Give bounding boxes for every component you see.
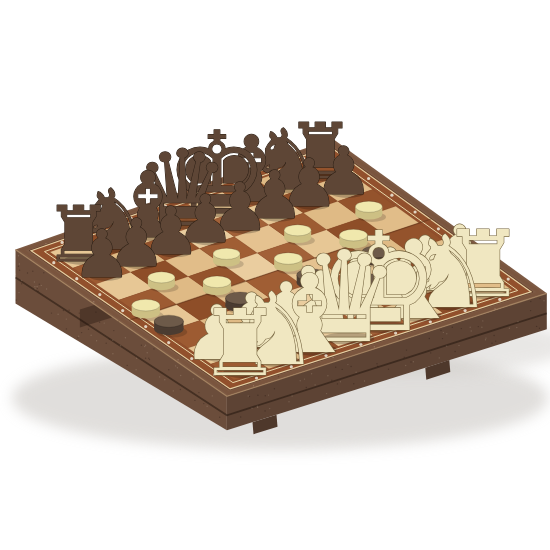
speckle-front (257, 407, 258, 408)
speckle-left (19, 270, 20, 271)
speckle-left (96, 340, 97, 341)
speckle-left (16, 299, 17, 300)
speckle-left (180, 375, 181, 376)
speckle-left (63, 310, 64, 311)
speckle-left (38, 290, 39, 291)
speckle-left (219, 417, 220, 418)
speckle-left (104, 322, 105, 323)
speckle-left (180, 389, 181, 390)
speckle-front (291, 395, 292, 396)
speckle-front (240, 416, 241, 417)
piece-glyph: ♜ (199, 290, 281, 397)
disc-top (148, 272, 175, 283)
speckle-front (331, 380, 332, 381)
speckle-left (173, 390, 174, 391)
speckle-left (135, 369, 136, 370)
speckle-front (257, 406, 258, 407)
speckle-left (194, 400, 195, 401)
piece-black-pawn-a7: ♟ (72, 216, 131, 293)
speckle-left (145, 358, 146, 359)
speckle-left (81, 332, 82, 333)
speckle-left (57, 314, 58, 315)
speckle-left (51, 312, 52, 313)
speckle-left (141, 345, 142, 346)
speckle-left (90, 335, 91, 336)
speckle-left (106, 343, 107, 344)
piece-glyph: ♟ (72, 216, 131, 293)
speckle-front (495, 340, 496, 341)
speckle-left (127, 365, 128, 366)
speckle-left (153, 348, 154, 349)
speckle-left (41, 285, 42, 286)
speckle-left (34, 281, 35, 282)
speckle-left (193, 378, 194, 379)
speckle-front (288, 401, 289, 402)
speckle-left (112, 353, 113, 354)
piece-white-rook-a1: ♜ (199, 290, 281, 397)
speckle-left (109, 338, 110, 339)
disc-light-d6 (213, 248, 244, 269)
speckle-left (147, 352, 148, 353)
speckle-left (79, 312, 80, 313)
speckle (118, 320, 119, 321)
disc-top (213, 248, 240, 259)
speckle-left (66, 318, 67, 319)
speckle-front (405, 365, 406, 366)
speckle-left (203, 403, 204, 404)
speckle-left (148, 358, 149, 359)
product-photo: ♜♞♟♝♟♚♟♛♟♝♟♞♟♜♟♟♟♟♜♟♞♟♝♟♚♟♛♟♝♟♞♜ (0, 0, 550, 550)
speckle-left (168, 369, 169, 370)
speckle-left (159, 376, 160, 377)
speckle-left (206, 406, 207, 407)
speckle-front (446, 345, 447, 346)
speckle-front (517, 321, 518, 322)
rivet (167, 341, 170, 344)
speckle-front (516, 327, 517, 328)
speckle-left (27, 272, 28, 273)
speckle-left (18, 266, 19, 267)
speckle-left (46, 288, 47, 289)
speckle-front (264, 410, 265, 411)
speckle-front (485, 339, 486, 340)
speckle-left (37, 288, 38, 289)
rivet (121, 309, 124, 312)
speckle-left (66, 328, 67, 329)
speckle-front (530, 301, 531, 302)
disc-light-b6 (148, 272, 179, 293)
speckle-left (68, 310, 69, 311)
speckle-left (120, 345, 121, 346)
speckle-front (326, 393, 327, 394)
speckle-front (509, 328, 510, 329)
speckle-front (543, 300, 544, 301)
speckle-left (177, 367, 178, 368)
speckle-left (125, 337, 126, 338)
disc-top (154, 315, 183, 327)
speckle-front (340, 381, 341, 382)
speckle-front (337, 383, 338, 384)
rivet (144, 325, 147, 328)
speckle-left (113, 330, 114, 331)
speckle-left (36, 286, 37, 287)
speckle-front (493, 335, 494, 336)
disc-top (132, 299, 160, 311)
speckle-left (19, 263, 20, 264)
speckle-left (136, 358, 137, 359)
speckle-left (34, 288, 35, 289)
speckle-left (18, 255, 19, 256)
speckle-left (15, 274, 16, 275)
speckle-left (18, 292, 19, 293)
speckle-front (458, 345, 459, 346)
speckle-front (530, 310, 531, 311)
speckle-front (269, 408, 270, 409)
speckle-front (364, 380, 365, 381)
speckle-front (485, 337, 486, 338)
rivet (98, 293, 101, 296)
speckle-left (32, 271, 33, 272)
speckle-front (536, 326, 537, 327)
speckle-left (149, 359, 150, 360)
speckle-left (145, 345, 146, 346)
speckle-front (251, 408, 252, 409)
speckle-left (164, 379, 165, 380)
speckle-left (99, 322, 100, 323)
speckle-left (77, 337, 78, 338)
chess-set-scene: ♜♞♟♝♟♚♟♛♟♝♟♞♟♜♟♟♟♟♜♟♞♟♝♟♚♟♛♟♝♟♞♜ (0, 0, 550, 550)
speckle-left (144, 346, 145, 347)
speckle-left (21, 280, 22, 281)
speckle-left (39, 284, 40, 285)
speckle-left (95, 311, 96, 312)
speckle-front (539, 328, 540, 329)
speckle-left (112, 340, 113, 341)
speckle-left (34, 286, 35, 287)
speckle-front (491, 343, 492, 344)
speckle-left (88, 329, 89, 330)
speckle-front (353, 383, 354, 384)
speckle-front (539, 298, 540, 299)
speckle-left (78, 336, 79, 337)
speckle-left (21, 283, 22, 284)
speckle-front (454, 351, 455, 352)
rivet (390, 194, 393, 197)
speckle-left (175, 365, 176, 366)
